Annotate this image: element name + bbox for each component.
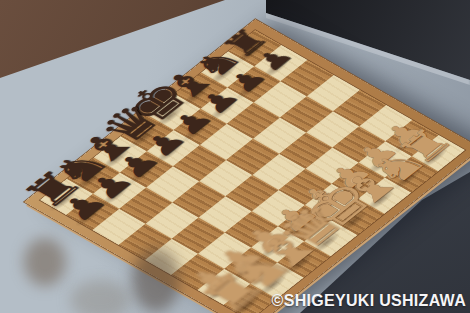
copyright-watermark: ©SHIGEYUKI USHIZAWA: [272, 292, 466, 310]
out-of-focus-object: [132, 248, 180, 312]
museum-chess-display-photo: ♜♞♝♛♚♝♞♜♟♟♟♟♟♟♟♟♟♟♟♟♟♟♟♟♜♞♝♛♚♝♞♜ ©SHIGEY…: [0, 0, 470, 313]
out-of-focus-object: [70, 280, 130, 313]
out-of-focus-object: [24, 238, 66, 286]
